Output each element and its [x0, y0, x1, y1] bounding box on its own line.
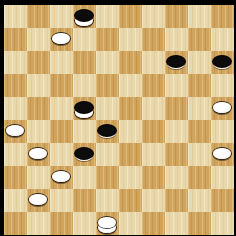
black-king-square-22[interactable]: [73, 97, 96, 120]
square-48[interactable]: [96, 212, 119, 235]
square-r0c8: [188, 5, 211, 28]
white-man-square-41[interactable]: [29, 194, 47, 205]
black-king-square-2[interactable]: [73, 5, 96, 28]
white-man-square-37[interactable]: [52, 171, 70, 182]
square-3[interactable]: [119, 5, 142, 28]
square-46[interactable]: [4, 212, 27, 235]
square-r1c3: [73, 28, 96, 51]
king-upper-disc: [98, 217, 116, 228]
square-r7c1: [27, 166, 50, 189]
square-8[interactable]: [96, 28, 119, 51]
king-upper-disc: [75, 102, 93, 113]
square-43[interactable]: [119, 189, 142, 212]
square-r8c4: [96, 189, 119, 212]
square-22[interactable]: [73, 97, 96, 120]
square-38[interactable]: [96, 166, 119, 189]
square-49[interactable]: [142, 212, 165, 235]
square-41[interactable]: [27, 189, 50, 212]
square-r1c7: [165, 28, 188, 51]
square-r9c9: [211, 212, 234, 235]
square-37[interactable]: [50, 166, 73, 189]
square-1[interactable]: [27, 5, 50, 28]
square-r9c1: [27, 212, 50, 235]
square-23[interactable]: [119, 97, 142, 120]
square-27[interactable]: [50, 120, 73, 143]
white-man-square-26[interactable]: [6, 125, 24, 136]
black-man-square-32[interactable]: [75, 148, 93, 159]
square-19[interactable]: [142, 74, 165, 97]
square-r7c9: [211, 166, 234, 189]
square-44[interactable]: [165, 189, 188, 212]
square-20[interactable]: [188, 74, 211, 97]
square-r3c1: [27, 74, 50, 97]
white-man-square-7[interactable]: [52, 33, 70, 44]
square-r7c3: [73, 166, 96, 189]
square-r0c0: [4, 5, 27, 28]
white-man-square-25[interactable]: [213, 102, 231, 113]
square-r5c9: [211, 120, 234, 143]
king-upper-disc: [75, 10, 93, 21]
square-r6c4: [96, 143, 119, 166]
square-r4c4: [96, 97, 119, 120]
square-r0c6: [142, 5, 165, 28]
square-r1c9: [211, 28, 234, 51]
white-man-square-31[interactable]: [29, 148, 47, 159]
square-r8c8: [188, 189, 211, 212]
square-40[interactable]: [188, 166, 211, 189]
square-9[interactable]: [142, 28, 165, 51]
square-25[interactable]: [211, 97, 234, 120]
square-r9c3: [73, 212, 96, 235]
square-r0c4: [96, 5, 119, 28]
square-15[interactable]: [211, 51, 234, 74]
square-16[interactable]: [4, 74, 27, 97]
black-man-square-28[interactable]: [98, 125, 116, 136]
square-2[interactable]: [73, 5, 96, 28]
square-r7c5: [119, 166, 142, 189]
square-r5c7: [165, 120, 188, 143]
square-26[interactable]: [4, 120, 27, 143]
square-39[interactable]: [142, 166, 165, 189]
square-47[interactable]: [50, 212, 73, 235]
square-r8c6: [142, 189, 165, 212]
square-r2c0: [4, 51, 27, 74]
square-29[interactable]: [142, 120, 165, 143]
square-r5c3: [73, 120, 96, 143]
square-r3c9: [211, 74, 234, 97]
square-r8c0: [4, 189, 27, 212]
square-r8c2: [50, 189, 73, 212]
square-r2c6: [142, 51, 165, 74]
square-r6c6: [142, 143, 165, 166]
square-r4c6: [142, 97, 165, 120]
square-14[interactable]: [165, 51, 188, 74]
square-12[interactable]: [73, 51, 96, 74]
square-r7c7: [165, 166, 188, 189]
square-r4c0: [4, 97, 27, 120]
square-r5c1: [27, 120, 50, 143]
square-r9c5: [119, 212, 142, 235]
square-r4c8: [188, 97, 211, 120]
square-11[interactable]: [27, 51, 50, 74]
square-6[interactable]: [4, 28, 27, 51]
square-r2c2: [50, 51, 73, 74]
square-7[interactable]: [50, 28, 73, 51]
square-30[interactable]: [188, 120, 211, 143]
square-42[interactable]: [73, 189, 96, 212]
square-r2c8: [188, 51, 211, 74]
black-man-square-15[interactable]: [213, 56, 231, 67]
square-36[interactable]: [4, 166, 27, 189]
square-35[interactable]: [211, 143, 234, 166]
square-r1c5: [119, 28, 142, 51]
white-man-square-35[interactable]: [213, 148, 231, 159]
square-r3c5: [119, 74, 142, 97]
square-24[interactable]: [165, 97, 188, 120]
square-r1c1: [27, 28, 50, 51]
square-32[interactable]: [73, 143, 96, 166]
square-21[interactable]: [27, 97, 50, 120]
square-r0c2: [50, 5, 73, 28]
app-window: [0, 0, 236, 236]
square-17[interactable]: [50, 74, 73, 97]
white-king-square-48[interactable]: [96, 212, 119, 235]
square-34[interactable]: [165, 143, 188, 166]
square-13[interactable]: [119, 51, 142, 74]
square-33[interactable]: [119, 143, 142, 166]
square-r9c7: [165, 212, 188, 235]
square-r6c0: [4, 143, 27, 166]
square-4[interactable]: [165, 5, 188, 28]
square-10[interactable]: [188, 28, 211, 51]
square-50[interactable]: [188, 212, 211, 235]
square-r6c2: [50, 143, 73, 166]
square-r4c2: [50, 97, 73, 120]
square-r2c4: [96, 51, 119, 74]
draughts-board: [4, 5, 234, 235]
square-r3c7: [165, 74, 188, 97]
square-r3c3: [73, 74, 96, 97]
square-28[interactable]: [96, 120, 119, 143]
square-r6c8: [188, 143, 211, 166]
square-r5c5: [119, 120, 142, 143]
square-31[interactable]: [27, 143, 50, 166]
square-18[interactable]: [96, 74, 119, 97]
square-5[interactable]: [211, 5, 234, 28]
black-man-square-14[interactable]: [167, 56, 185, 67]
square-45[interactable]: [211, 189, 234, 212]
